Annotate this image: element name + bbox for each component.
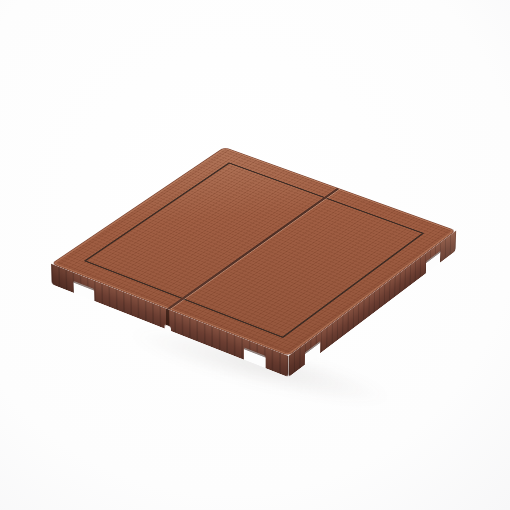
product-photo-scene bbox=[0, 0, 510, 510]
foot-notch bbox=[426, 251, 441, 275]
foot-notch bbox=[73, 281, 94, 302]
board-top bbox=[51, 147, 456, 356]
folding-chessboard bbox=[51, 147, 456, 356]
